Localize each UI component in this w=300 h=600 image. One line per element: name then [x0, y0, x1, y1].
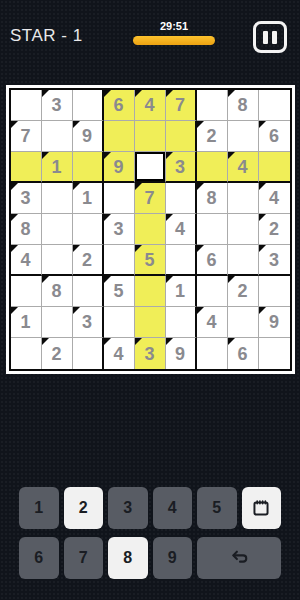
numpad-key-6[interactable]: 6	[19, 537, 59, 579]
cell-digit: 5	[113, 282, 123, 300]
cell-r1c4[interactable]: 6	[104, 90, 135, 121]
given-marker	[104, 152, 111, 159]
cell-r1c8[interactable]: 8	[228, 90, 259, 121]
cell-digit: 5	[144, 251, 154, 269]
cell-r5c2[interactable]	[42, 214, 73, 245]
given-marker	[135, 90, 142, 97]
cell-r9c7[interactable]	[197, 338, 228, 369]
cell-r5c8[interactable]	[228, 214, 259, 245]
cell-r8c4[interactable]	[104, 307, 135, 338]
given-marker	[259, 307, 266, 314]
cell-digit: 9	[269, 313, 279, 331]
given-marker	[135, 245, 142, 252]
cell-r4c8[interactable]	[228, 183, 259, 214]
cell-digit: 6	[269, 127, 279, 145]
cell-r9c9[interactable]	[259, 338, 290, 369]
given-marker	[42, 276, 49, 283]
given-marker	[104, 338, 111, 345]
cell-r2c9[interactable]: 6	[259, 121, 290, 152]
cell-r2c6[interactable]	[166, 121, 197, 152]
given-marker	[228, 90, 235, 97]
given-marker	[259, 245, 266, 252]
numpad: 123456789	[19, 487, 281, 579]
cell-r4c6[interactable]	[166, 183, 197, 214]
cell-digit: 7	[175, 96, 185, 114]
cell-r5c1[interactable]: 8	[11, 214, 42, 245]
sudoku-app: STAR - 1 29:51 3647879261934317848342425…	[0, 0, 300, 600]
cell-r9c2[interactable]: 2	[42, 338, 73, 369]
pause-button[interactable]	[253, 21, 287, 53]
numpad-key-7[interactable]: 7	[64, 537, 104, 579]
cell-digit: 3	[51, 96, 61, 114]
given-marker	[259, 121, 266, 128]
cell-r3c6[interactable]: 3	[166, 152, 197, 183]
cell-r6c6[interactable]	[166, 245, 197, 276]
given-marker	[11, 245, 18, 252]
cell-r3c3[interactable]	[73, 152, 104, 183]
cell-r4c7[interactable]: 8	[197, 183, 228, 214]
cell-r6c5[interactable]: 5	[135, 245, 166, 276]
given-marker	[73, 183, 80, 190]
cell-digit: 3	[175, 158, 185, 176]
given-marker	[104, 90, 111, 97]
given-marker	[197, 307, 204, 314]
given-marker	[228, 338, 235, 345]
cell-digit: 6	[206, 251, 216, 269]
cell-r6c2[interactable]	[42, 245, 73, 276]
cell-digit: 3	[144, 345, 154, 363]
given-marker	[166, 214, 173, 221]
cell-r4c4[interactable]	[104, 183, 135, 214]
cell-digit: 4	[237, 158, 247, 176]
cell-r4c5[interactable]: 7	[135, 183, 166, 214]
cell-r1c7[interactable]	[197, 90, 228, 121]
cell-r4c9[interactable]: 4	[259, 183, 290, 214]
cell-r9c6[interactable]: 9	[166, 338, 197, 369]
notes-icon	[249, 496, 273, 520]
cell-r6c8[interactable]	[228, 245, 259, 276]
given-marker	[259, 183, 266, 190]
cell-digit: 4	[113, 345, 123, 363]
cell-digit: 1	[175, 282, 185, 300]
given-marker	[73, 121, 80, 128]
cell-digit: 7	[144, 189, 154, 207]
cell-digit: 8	[51, 282, 61, 300]
cell-r1c2[interactable]: 3	[42, 90, 73, 121]
cell-r7c3[interactable]	[73, 276, 104, 307]
given-marker	[73, 307, 80, 314]
cell-r3c8[interactable]: 4	[228, 152, 259, 183]
given-marker	[135, 183, 142, 190]
cell-r9c1[interactable]	[11, 338, 42, 369]
given-marker	[197, 121, 204, 128]
cell-digit: 3	[82, 313, 92, 331]
given-marker	[11, 307, 18, 314]
given-marker	[228, 152, 235, 159]
cell-r5c7[interactable]	[197, 214, 228, 245]
cell-digit: 3	[113, 220, 123, 238]
cell-r8c3[interactable]: 3	[73, 307, 104, 338]
given-marker	[11, 214, 18, 221]
cell-r7c4[interactable]: 5	[104, 276, 135, 307]
cell-digit: 1	[20, 313, 30, 331]
cell-r8c9[interactable]: 9	[259, 307, 290, 338]
given-marker	[166, 338, 173, 345]
cell-r1c6[interactable]: 7	[166, 90, 197, 121]
cell-r2c4[interactable]	[104, 121, 135, 152]
pause-icon	[263, 31, 268, 44]
cell-digit: 4	[144, 96, 154, 114]
numpad-key-2[interactable]: 2	[64, 487, 104, 529]
cell-r6c3[interactable]: 2	[73, 245, 104, 276]
cell-r7c2[interactable]: 8	[42, 276, 73, 307]
numpad-key-1[interactable]: 1	[19, 487, 59, 529]
board-area: 3647879261934317848342425638512134924396	[0, 85, 300, 374]
cell-r9c8[interactable]: 6	[228, 338, 259, 369]
undo-icon	[227, 546, 252, 571]
cell-digit: 2	[269, 220, 279, 238]
cell-r2c5[interactable]	[135, 121, 166, 152]
cell-digit: 2	[237, 282, 247, 300]
given-marker	[166, 90, 173, 97]
timer-text: 29:51	[133, 20, 215, 32]
notes-button[interactable]	[242, 487, 282, 529]
cell-r7c6[interactable]: 1	[166, 276, 197, 307]
cell-r2c2[interactable]	[42, 121, 73, 152]
cell-r1c1[interactable]	[11, 90, 42, 121]
cell-r6c9[interactable]: 3	[259, 245, 290, 276]
cell-r7c7[interactable]	[197, 276, 228, 307]
board-frame: 3647879261934317848342425638512134924396	[6, 85, 295, 374]
cell-r1c3[interactable]	[73, 90, 104, 121]
cell-r7c5[interactable]	[135, 276, 166, 307]
cell-r9c3[interactable]	[73, 338, 104, 369]
cell-digit: 1	[51, 158, 61, 176]
level-title: STAR - 1	[10, 26, 83, 46]
cell-r2c1[interactable]: 7	[11, 121, 42, 152]
given-marker	[42, 338, 49, 345]
given-marker	[197, 183, 204, 190]
given-marker	[104, 276, 111, 283]
given-marker	[42, 90, 49, 97]
cell-r6c4[interactable]	[104, 245, 135, 276]
cell-digit: 9	[113, 158, 123, 176]
given-marker	[11, 121, 18, 128]
cell-digit: 4	[20, 251, 30, 269]
cell-r3c2[interactable]: 1	[42, 152, 73, 183]
cell-digit: 7	[20, 127, 30, 145]
cell-r5c3[interactable]	[73, 214, 104, 245]
cell-r4c3[interactable]: 1	[73, 183, 104, 214]
cell-r8c7[interactable]: 4	[197, 307, 228, 338]
cell-digit: 4	[175, 220, 185, 238]
cell-r8c2[interactable]	[42, 307, 73, 338]
given-marker	[197, 245, 204, 252]
cell-r2c8[interactable]	[228, 121, 259, 152]
cell-r4c2[interactable]	[42, 183, 73, 214]
cell-digit: 4	[269, 189, 279, 207]
pause-icon	[272, 31, 277, 44]
cell-r6c7[interactable]: 6	[197, 245, 228, 276]
cell-r7c9[interactable]	[259, 276, 290, 307]
timer: 29:51	[133, 20, 215, 45]
cell-digit: 3	[20, 189, 30, 207]
cell-r8c5[interactable]	[135, 307, 166, 338]
cell-r3c7[interactable]	[197, 152, 228, 183]
cell-r3c4[interactable]: 9	[104, 152, 135, 183]
cell-r3c1[interactable]	[11, 152, 42, 183]
cell-digit: 9	[82, 127, 92, 145]
cell-r7c1[interactable]	[11, 276, 42, 307]
cell-r4c1[interactable]: 3	[11, 183, 42, 214]
cell-r1c9[interactable]	[259, 90, 290, 121]
cell-digit: 9	[175, 345, 185, 363]
cell-digit: 2	[82, 251, 92, 269]
cell-r2c3[interactable]: 9	[73, 121, 104, 152]
cell-r5c5[interactable]	[135, 214, 166, 245]
undo-button[interactable]	[197, 537, 281, 579]
sudoku-grid[interactable]: 3647879261934317848342425638512134924396	[9, 88, 292, 371]
cell-r1c5[interactable]: 4	[135, 90, 166, 121]
cell-r9c4[interactable]: 4	[104, 338, 135, 369]
cell-digit: 6	[113, 96, 123, 114]
given-marker	[11, 183, 18, 190]
given-marker	[73, 245, 80, 252]
cell-r3c9[interactable]	[259, 152, 290, 183]
numpad-key-5[interactable]: 5	[197, 487, 237, 529]
cell-r5c9[interactable]: 2	[259, 214, 290, 245]
cell-digit: 2	[206, 127, 216, 145]
cell-r9c5[interactable]: 3	[135, 338, 166, 369]
timer-progress-bar	[133, 36, 215, 45]
given-marker	[135, 338, 142, 345]
given-marker	[42, 152, 49, 159]
cell-digit: 4	[206, 313, 216, 331]
cell-r6c1[interactable]: 4	[11, 245, 42, 276]
cell-digit: 1	[82, 189, 92, 207]
given-marker	[228, 276, 235, 283]
numpad-key-8[interactable]: 8	[108, 537, 148, 579]
selected-cell-r3c5[interactable]	[135, 152, 166, 183]
cell-digit: 2	[51, 345, 61, 363]
cell-r5c6[interactable]: 4	[166, 214, 197, 245]
numpad-key-3[interactable]: 3	[108, 487, 148, 529]
cell-r2c7[interactable]: 2	[197, 121, 228, 152]
cell-digit: 8	[20, 220, 30, 238]
numpad-key-4[interactable]: 4	[153, 487, 193, 529]
cell-r7c8[interactable]: 2	[228, 276, 259, 307]
given-marker	[104, 214, 111, 221]
cell-digit: 3	[269, 251, 279, 269]
cell-r8c1[interactable]: 1	[11, 307, 42, 338]
cell-digit: 8	[237, 96, 247, 114]
given-marker	[259, 214, 266, 221]
cell-digit: 6	[237, 345, 247, 363]
given-marker	[166, 276, 173, 283]
cell-r5c4[interactable]: 3	[104, 214, 135, 245]
cell-r8c6[interactable]	[166, 307, 197, 338]
given-marker	[166, 152, 173, 159]
cell-digit: 8	[206, 189, 216, 207]
cell-r8c8[interactable]	[228, 307, 259, 338]
numpad-key-9[interactable]: 9	[153, 537, 193, 579]
